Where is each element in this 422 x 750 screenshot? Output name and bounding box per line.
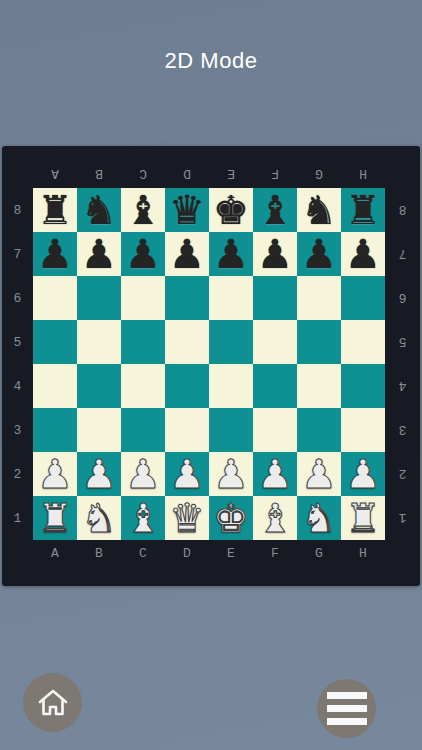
rank-label-right-4: 4 (385, 364, 420, 408)
file-label-top-g: G (297, 163, 341, 185)
piece-white-pawn-e2[interactable]: ♟ (213, 452, 249, 496)
square-d7[interactable]: ♟ (165, 232, 209, 276)
square-b6[interactable] (77, 276, 121, 320)
square-g7[interactable]: ♟ (297, 232, 341, 276)
rank-labels-left: 87654321 (2, 188, 33, 540)
file-label-bottom-e: E (209, 544, 253, 562)
square-h8[interactable]: ♜ (341, 188, 385, 232)
square-b1[interactable]: ♞ (77, 496, 121, 540)
rank-label-left-7: 7 (2, 232, 33, 276)
square-g5[interactable] (297, 320, 341, 364)
piece-white-bishop-f1[interactable]: ♝ (257, 496, 293, 540)
square-d1[interactable]: ♛ (165, 496, 209, 540)
square-g2[interactable]: ♟ (297, 452, 341, 496)
file-label-bottom-c: C (121, 544, 165, 562)
piece-white-king-e1[interactable]: ♚ (213, 496, 249, 540)
file-labels-bottom: ABCDEFGH (33, 544, 385, 562)
piece-black-pawn-b7[interactable]: ♟ (81, 232, 117, 276)
piece-white-pawn-d2[interactable]: ♟ (169, 452, 205, 496)
piece-black-knight-g8[interactable]: ♞ (301, 188, 337, 232)
rank-label-left-6: 6 (2, 276, 33, 320)
square-b7[interactable]: ♟ (77, 232, 121, 276)
piece-black-rook-a8[interactable]: ♜ (37, 188, 73, 232)
piece-black-pawn-c7[interactable]: ♟ (125, 232, 161, 276)
file-labels-top: ABCDEFGH (33, 163, 385, 185)
piece-white-rook-a1[interactable]: ♜ (37, 496, 73, 540)
square-g4[interactable] (297, 364, 341, 408)
square-d4[interactable] (165, 364, 209, 408)
home-button[interactable] (23, 673, 82, 732)
square-c1[interactable]: ♝ (121, 496, 165, 540)
square-a7[interactable]: ♟ (33, 232, 77, 276)
piece-black-knight-b8[interactable]: ♞ (81, 188, 117, 232)
square-f8[interactable]: ♝ (253, 188, 297, 232)
square-c6[interactable] (121, 276, 165, 320)
square-h7[interactable]: ♟ (341, 232, 385, 276)
piece-white-queen-d1[interactable]: ♛ (169, 496, 205, 540)
square-c5[interactable] (121, 320, 165, 364)
square-h5[interactable] (341, 320, 385, 364)
file-label-bottom-f: F (253, 544, 297, 562)
square-e6[interactable] (209, 276, 253, 320)
square-a4[interactable] (33, 364, 77, 408)
file-label-top-f: F (253, 163, 297, 185)
square-e2[interactable]: ♟ (209, 452, 253, 496)
piece-white-pawn-c2[interactable]: ♟ (125, 452, 161, 496)
square-d3[interactable] (165, 408, 209, 452)
file-label-top-e: E (209, 163, 253, 185)
piece-black-pawn-h7[interactable]: ♟ (345, 232, 381, 276)
square-h6[interactable] (341, 276, 385, 320)
rank-labels-right: 87654321 (385, 188, 420, 540)
square-h2[interactable]: ♟ (341, 452, 385, 496)
file-label-bottom-d: D (165, 544, 209, 562)
piece-black-rook-h8[interactable]: ♜ (345, 188, 381, 232)
square-e1[interactable]: ♚ (209, 496, 253, 540)
square-g8[interactable]: ♞ (297, 188, 341, 232)
square-e7[interactable]: ♟ (209, 232, 253, 276)
square-a3[interactable] (33, 408, 77, 452)
square-h3[interactable] (341, 408, 385, 452)
square-f2[interactable]: ♟ (253, 452, 297, 496)
menu-button[interactable] (317, 679, 376, 738)
square-a8[interactable]: ♜ (33, 188, 77, 232)
square-b2[interactable]: ♟ (77, 452, 121, 496)
file-label-bottom-h: H (341, 544, 385, 562)
square-a6[interactable] (33, 276, 77, 320)
piece-black-queen-d8[interactable]: ♛ (169, 188, 205, 232)
piece-black-pawn-f7[interactable]: ♟ (257, 232, 293, 276)
square-b8[interactable]: ♞ (77, 188, 121, 232)
piece-black-pawn-a7[interactable]: ♟ (37, 232, 73, 276)
rank-label-left-8: 8 (2, 188, 33, 232)
piece-white-knight-g1[interactable]: ♞ (301, 496, 337, 540)
page-title: 2D Mode (0, 48, 422, 74)
file-label-top-d: D (165, 163, 209, 185)
rank-label-right-5: 5 (385, 320, 420, 364)
piece-white-pawn-f2[interactable]: ♟ (257, 452, 293, 496)
file-label-bottom-g: G (297, 544, 341, 562)
rank-label-right-7: 7 (385, 232, 420, 276)
file-label-top-b: B (77, 163, 121, 185)
rank-label-left-3: 3 (2, 408, 33, 452)
square-a1[interactable]: ♜ (33, 496, 77, 540)
square-d5[interactable] (165, 320, 209, 364)
piece-black-king-e8[interactable]: ♚ (213, 188, 249, 232)
hamburger-menu-icon (327, 692, 367, 699)
square-c8[interactable]: ♝ (121, 188, 165, 232)
piece-white-knight-b1[interactable]: ♞ (81, 496, 117, 540)
rank-label-left-2: 2 (2, 452, 33, 496)
file-label-bottom-a: A (33, 544, 77, 562)
rank-label-right-2: 2 (385, 452, 420, 496)
square-c7[interactable]: ♟ (121, 232, 165, 276)
piece-white-pawn-b2[interactable]: ♟ (81, 452, 117, 496)
piece-white-bishop-c1[interactable]: ♝ (125, 496, 161, 540)
piece-black-pawn-d7[interactable]: ♟ (169, 232, 205, 276)
square-h1[interactable]: ♜ (341, 496, 385, 540)
square-a5[interactable] (33, 320, 77, 364)
square-c4[interactable] (121, 364, 165, 408)
square-f5[interactable] (253, 320, 297, 364)
home-icon (36, 687, 70, 719)
square-f3[interactable] (253, 408, 297, 452)
square-g6[interactable] (297, 276, 341, 320)
square-f1[interactable]: ♝ (253, 496, 297, 540)
rank-label-right-6: 6 (385, 276, 420, 320)
piece-white-rook-h1[interactable]: ♜ (345, 496, 381, 540)
piece-white-pawn-a2[interactable]: ♟ (37, 452, 73, 496)
piece-black-bishop-f8[interactable]: ♝ (257, 188, 293, 232)
piece-white-pawn-g2[interactable]: ♟ (301, 452, 337, 496)
square-e4[interactable] (209, 364, 253, 408)
square-b5[interactable] (77, 320, 121, 364)
file-label-top-c: C (121, 163, 165, 185)
square-d6[interactable] (165, 276, 209, 320)
rank-label-right-3: 3 (385, 408, 420, 452)
rank-label-right-1: 1 (385, 496, 420, 540)
rank-label-right-8: 8 (385, 188, 420, 232)
square-b3[interactable] (77, 408, 121, 452)
square-g1[interactable]: ♞ (297, 496, 341, 540)
file-label-top-a: A (33, 163, 77, 185)
square-g3[interactable] (297, 408, 341, 452)
piece-black-bishop-c8[interactable]: ♝ (125, 188, 161, 232)
square-c3[interactable] (121, 408, 165, 452)
piece-black-pawn-e7[interactable]: ♟ (213, 232, 249, 276)
board-grid: ♜♞♝♛♚♝♞♜♟♟♟♟♟♟♟♟♟♟♟♟♟♟♟♟♜♞♝♛♚♝♞♜ (33, 188, 385, 540)
square-b4[interactable] (77, 364, 121, 408)
square-a2[interactable]: ♟ (33, 452, 77, 496)
piece-black-pawn-g7[interactable]: ♟ (301, 232, 337, 276)
file-label-bottom-b: B (77, 544, 121, 562)
square-e3[interactable] (209, 408, 253, 452)
rank-label-left-1: 1 (2, 496, 33, 540)
square-f7[interactable]: ♟ (253, 232, 297, 276)
square-e8[interactable]: ♚ (209, 188, 253, 232)
square-d8[interactable]: ♛ (165, 188, 209, 232)
square-e5[interactable] (209, 320, 253, 364)
rank-label-left-5: 5 (2, 320, 33, 364)
square-c2[interactable]: ♟ (121, 452, 165, 496)
rank-label-left-4: 4 (2, 364, 33, 408)
square-d2[interactable]: ♟ (165, 452, 209, 496)
file-label-top-h: H (341, 163, 385, 185)
square-f4[interactable] (253, 364, 297, 408)
square-h4[interactable] (341, 364, 385, 408)
piece-white-pawn-h2[interactable]: ♟ (345, 452, 381, 496)
square-f6[interactable] (253, 276, 297, 320)
